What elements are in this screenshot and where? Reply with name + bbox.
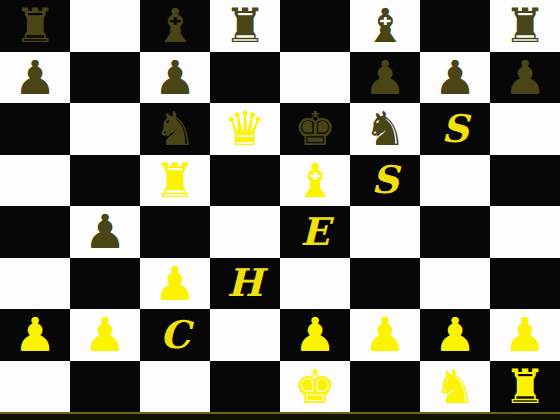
square-b5[interactable]	[70, 155, 140, 207]
yellow-pawn[interactable]: ♟	[434, 309, 476, 360]
square-g1[interactable]: ♞	[420, 361, 490, 413]
square-d8[interactable]: ♜	[210, 0, 280, 52]
yellow-bishop[interactable]: ♝	[294, 155, 336, 206]
yellow-pawn[interactable]: ♟	[504, 309, 546, 360]
square-a1[interactable]	[0, 361, 70, 413]
square-h7[interactable]: ♟	[490, 52, 560, 104]
square-g2[interactable]: ♟	[420, 309, 490, 361]
square-b4[interactable]: ♟	[70, 206, 140, 258]
square-e6[interactable]: ♚	[280, 103, 350, 155]
square-a5[interactable]	[0, 155, 70, 207]
square-g5[interactable]	[420, 155, 490, 207]
dark-knight[interactable]: ♞	[154, 103, 196, 154]
square-a8[interactable]: ♜	[0, 0, 70, 52]
square-c6[interactable]: ♞	[140, 103, 210, 155]
yellow-pawn[interactable]: ♟	[154, 258, 196, 309]
square-f1[interactable]	[350, 361, 420, 413]
square-b7[interactable]	[70, 52, 140, 104]
square-e1[interactable]: ♚	[280, 361, 350, 413]
square-g3[interactable]	[420, 258, 490, 310]
square-h3[interactable]	[490, 258, 560, 310]
yellow-king[interactable]: ♚	[294, 361, 336, 412]
square-g4[interactable]	[420, 206, 490, 258]
square-f4[interactable]	[350, 206, 420, 258]
chess-splash-screen: ♜♝♜♝♜♟♟♟♟♟♞♛♚♞S♜♝S♟E♟H♟♟C♟♟♟♟♚♞♜	[0, 0, 560, 420]
square-h1[interactable]: ♜	[490, 361, 560, 413]
letter-c: C	[160, 310, 190, 360]
square-f5[interactable]: S	[350, 155, 420, 207]
yellow-queen[interactable]: ♛	[224, 103, 266, 154]
letter-e: E	[301, 207, 330, 257]
dark-pawn[interactable]: ♟	[504, 52, 546, 103]
yellow-pawn[interactable]: ♟	[84, 309, 126, 360]
square-d3[interactable]: H	[210, 258, 280, 310]
dark-knight[interactable]: ♞	[364, 103, 406, 154]
yellow-rook[interactable]: ♜	[504, 361, 546, 412]
square-a3[interactable]	[0, 258, 70, 310]
square-c1[interactable]	[140, 361, 210, 413]
square-g8[interactable]	[420, 0, 490, 52]
square-b2[interactable]: ♟	[70, 309, 140, 361]
square-d2[interactable]	[210, 309, 280, 361]
square-f3[interactable]	[350, 258, 420, 310]
dark-pawn[interactable]: ♟	[84, 206, 126, 257]
square-c3[interactable]: ♟	[140, 258, 210, 310]
square-g7[interactable]: ♟	[420, 52, 490, 104]
square-g6[interactable]: S	[420, 103, 490, 155]
dark-bishop[interactable]: ♝	[364, 0, 406, 51]
square-e4[interactable]: E	[280, 206, 350, 258]
dark-bishop[interactable]: ♝	[154, 0, 196, 51]
yellow-pawn[interactable]: ♟	[14, 309, 56, 360]
square-c8[interactable]: ♝	[140, 0, 210, 52]
dark-rook[interactable]: ♜	[224, 0, 266, 51]
square-e8[interactable]	[280, 0, 350, 52]
yellow-pawn[interactable]: ♟	[294, 309, 336, 360]
dark-rook[interactable]: ♜	[504, 0, 546, 51]
square-e7[interactable]	[280, 52, 350, 104]
square-a4[interactable]	[0, 206, 70, 258]
square-h2[interactable]: ♟	[490, 309, 560, 361]
board-bottom-edge	[0, 412, 560, 420]
square-c7[interactable]: ♟	[140, 52, 210, 104]
letter-s: S	[441, 104, 468, 154]
square-a6[interactable]	[0, 103, 70, 155]
square-e3[interactable]	[280, 258, 350, 310]
chess-board: ♜♝♜♝♜♟♟♟♟♟♞♛♚♞S♜♝S♟E♟H♟♟C♟♟♟♟♚♞♜	[0, 0, 560, 412]
letter-s: S	[371, 155, 398, 205]
yellow-knight[interactable]: ♞	[434, 361, 476, 412]
square-f6[interactable]: ♞	[350, 103, 420, 155]
dark-pawn[interactable]: ♟	[14, 52, 56, 103]
square-d5[interactable]	[210, 155, 280, 207]
square-d4[interactable]	[210, 206, 280, 258]
square-b8[interactable]	[70, 0, 140, 52]
square-h8[interactable]: ♜	[490, 0, 560, 52]
dark-pawn[interactable]: ♟	[154, 52, 196, 103]
square-h5[interactable]	[490, 155, 560, 207]
letter-h: H	[227, 258, 263, 308]
square-f2[interactable]: ♟	[350, 309, 420, 361]
square-a7[interactable]: ♟	[0, 52, 70, 104]
square-h4[interactable]	[490, 206, 560, 258]
square-f7[interactable]: ♟	[350, 52, 420, 104]
square-a2[interactable]: ♟	[0, 309, 70, 361]
dark-rook[interactable]: ♜	[14, 0, 56, 51]
square-e2[interactable]: ♟	[280, 309, 350, 361]
square-h6[interactable]	[490, 103, 560, 155]
square-d7[interactable]	[210, 52, 280, 104]
square-e5[interactable]: ♝	[280, 155, 350, 207]
yellow-pawn[interactable]: ♟	[364, 309, 406, 360]
square-c4[interactable]	[140, 206, 210, 258]
square-d1[interactable]	[210, 361, 280, 413]
square-b1[interactable]	[70, 361, 140, 413]
square-b3[interactable]	[70, 258, 140, 310]
dark-pawn[interactable]: ♟	[364, 52, 406, 103]
dark-king[interactable]: ♚	[294, 103, 336, 154]
square-d6[interactable]: ♛	[210, 103, 280, 155]
square-c5[interactable]: ♜	[140, 155, 210, 207]
square-c2[interactable]: C	[140, 309, 210, 361]
dark-pawn[interactable]: ♟	[434, 52, 476, 103]
yellow-rook[interactable]: ♜	[154, 155, 196, 206]
square-f8[interactable]: ♝	[350, 0, 420, 52]
square-b6[interactable]	[70, 103, 140, 155]
